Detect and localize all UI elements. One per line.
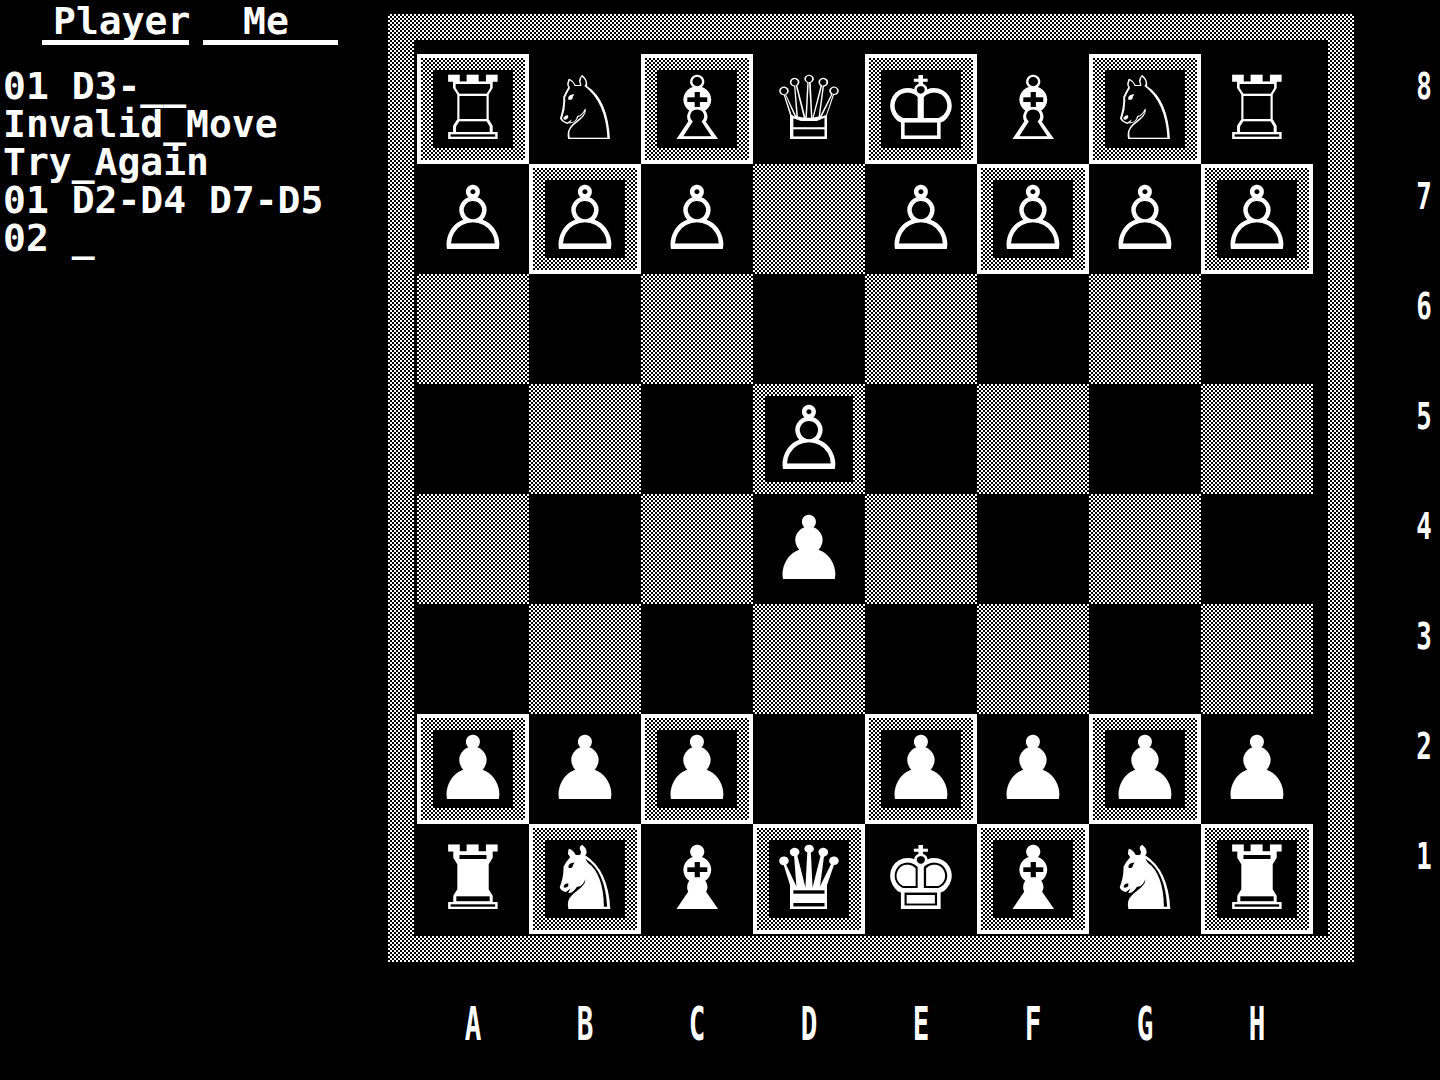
rank-label-8: 8 bbox=[1409, 68, 1439, 104]
square-f3 bbox=[977, 604, 1089, 714]
file-label-c: C bbox=[663, 1002, 730, 1046]
rank-label-6: 6 bbox=[1409, 288, 1439, 324]
move-list: 01 D3-__Invalid_MoveTry_Again01 D2-D4 D7… bbox=[3, 67, 323, 257]
square-h2: ♟ bbox=[1201, 714, 1313, 824]
square-a4 bbox=[417, 494, 529, 604]
square-g1: ♞ bbox=[1089, 824, 1201, 934]
square-a6 bbox=[417, 274, 529, 384]
square-h3 bbox=[1201, 604, 1313, 714]
file-label-a: A bbox=[439, 1002, 506, 1046]
square-g3 bbox=[1089, 604, 1201, 714]
command-input-line[interactable]: 02 _ bbox=[3, 219, 323, 257]
move-line: Invalid_Move bbox=[3, 105, 323, 143]
piece-white-pawn: ♟ bbox=[770, 505, 849, 593]
player-header-underline bbox=[42, 40, 189, 45]
square-g7: ♙ bbox=[1089, 164, 1201, 274]
square-c3 bbox=[641, 604, 753, 714]
square-e3 bbox=[865, 604, 977, 714]
file-label-g: G bbox=[1111, 1002, 1178, 1046]
move-line: 01 D2-D4 D7-D5 bbox=[3, 181, 323, 219]
square-a2: ♟ bbox=[417, 714, 529, 824]
square-h6 bbox=[1201, 274, 1313, 384]
square-f6 bbox=[977, 274, 1089, 384]
square-c6 bbox=[641, 274, 753, 384]
rank-label-7: 7 bbox=[1409, 178, 1439, 214]
player-column-header: Player bbox=[53, 2, 190, 40]
square-c5 bbox=[641, 384, 753, 494]
square-a1: ♜ bbox=[417, 824, 529, 934]
piece-white-pawn: ♟ bbox=[658, 725, 737, 813]
square-c2: ♟ bbox=[641, 714, 753, 824]
rank-label-2: 2 bbox=[1409, 728, 1439, 764]
piece-white-pawn: ♟ bbox=[546, 725, 625, 813]
file-label-e: E bbox=[887, 1002, 954, 1046]
square-g4 bbox=[1089, 494, 1201, 604]
square-g2: ♟ bbox=[1089, 714, 1201, 824]
square-b1: ♞ bbox=[529, 824, 641, 934]
square-a7: ♙ bbox=[417, 164, 529, 274]
piece-white-bishop: ♝ bbox=[994, 835, 1073, 923]
piece-black-bishop: ♗ bbox=[994, 65, 1073, 153]
square-f7: ♙ bbox=[977, 164, 1089, 274]
square-b5 bbox=[529, 384, 641, 494]
file-label-d: D bbox=[775, 1002, 842, 1046]
square-d6 bbox=[753, 274, 865, 384]
piece-black-pawn: ♙ bbox=[658, 175, 737, 263]
square-a3 bbox=[417, 604, 529, 714]
square-e7: ♙ bbox=[865, 164, 977, 274]
move-line: 01 D3-__ bbox=[3, 67, 323, 105]
piece-white-pawn: ♟ bbox=[1106, 725, 1185, 813]
square-c8: ♗ bbox=[641, 54, 753, 164]
square-c4 bbox=[641, 494, 753, 604]
square-d7 bbox=[753, 164, 865, 274]
square-e4 bbox=[865, 494, 977, 604]
piece-white-bishop: ♝ bbox=[658, 835, 737, 923]
square-e2: ♟ bbox=[865, 714, 977, 824]
square-g6 bbox=[1089, 274, 1201, 384]
square-h5 bbox=[1201, 384, 1313, 494]
piece-black-knight: ♘ bbox=[1106, 65, 1185, 153]
square-f2: ♟ bbox=[977, 714, 1089, 824]
square-g8: ♘ bbox=[1089, 54, 1201, 164]
piece-white-pawn: ♟ bbox=[1218, 725, 1297, 813]
piece-black-pawn: ♙ bbox=[1218, 175, 1297, 263]
rank-label-5: 5 bbox=[1409, 398, 1439, 434]
square-g5 bbox=[1089, 384, 1201, 494]
square-h8: ♖ bbox=[1201, 54, 1313, 164]
piece-black-bishop: ♗ bbox=[658, 65, 737, 153]
square-a8: ♖ bbox=[417, 54, 529, 164]
piece-white-knight: ♞ bbox=[1106, 835, 1185, 923]
piece-black-king: ♔ bbox=[882, 65, 961, 153]
piece-black-pawn: ♙ bbox=[1106, 175, 1185, 263]
piece-white-knight: ♞ bbox=[546, 835, 625, 923]
square-f4 bbox=[977, 494, 1089, 604]
screen: Player Me 01 D3-__Invalid_MoveTry_Again0… bbox=[0, 0, 1440, 1080]
square-d3 bbox=[753, 604, 865, 714]
square-h7: ♙ bbox=[1201, 164, 1313, 274]
square-a5 bbox=[417, 384, 529, 494]
piece-white-pawn: ♟ bbox=[434, 725, 513, 813]
square-e1: ♚ bbox=[865, 824, 977, 934]
piece-white-rook: ♜ bbox=[434, 835, 513, 923]
piece-white-king: ♚ bbox=[882, 835, 961, 923]
square-d4: ♟ bbox=[753, 494, 865, 604]
square-f1: ♝ bbox=[977, 824, 1089, 934]
square-e6 bbox=[865, 274, 977, 384]
square-b6 bbox=[529, 274, 641, 384]
piece-black-pawn: ♙ bbox=[994, 175, 1073, 263]
file-label-h: H bbox=[1223, 1002, 1290, 1046]
file-label-b: B bbox=[551, 1002, 618, 1046]
piece-black-rook: ♖ bbox=[1218, 65, 1297, 153]
square-b4 bbox=[529, 494, 641, 604]
piece-black-pawn: ♙ bbox=[770, 395, 849, 483]
piece-white-pawn: ♟ bbox=[882, 725, 961, 813]
piece-black-pawn: ♙ bbox=[546, 175, 625, 263]
square-h4 bbox=[1201, 494, 1313, 604]
rank-label-3: 3 bbox=[1409, 618, 1439, 654]
square-c1: ♝ bbox=[641, 824, 753, 934]
square-d2 bbox=[753, 714, 865, 824]
piece-black-knight: ♘ bbox=[546, 65, 625, 153]
square-h1: ♜ bbox=[1201, 824, 1313, 934]
square-e8: ♔ bbox=[865, 54, 977, 164]
rank-label-1: 1 bbox=[1409, 838, 1439, 874]
square-d8: ♕ bbox=[753, 54, 865, 164]
square-b2: ♟ bbox=[529, 714, 641, 824]
square-b7: ♙ bbox=[529, 164, 641, 274]
square-e5 bbox=[865, 384, 977, 494]
square-b3 bbox=[529, 604, 641, 714]
piece-white-rook: ♜ bbox=[1218, 835, 1297, 923]
square-d5: ♙ bbox=[753, 384, 865, 494]
square-f8: ♗ bbox=[977, 54, 1089, 164]
square-b8: ♘ bbox=[529, 54, 641, 164]
piece-black-pawn: ♙ bbox=[882, 175, 961, 263]
move-line: Try_Again bbox=[3, 143, 323, 181]
piece-black-pawn: ♙ bbox=[434, 175, 513, 263]
me-column-header: Me bbox=[243, 2, 289, 40]
square-d1: ♛ bbox=[753, 824, 865, 934]
piece-black-queen: ♕ bbox=[770, 65, 849, 153]
me-header-underline bbox=[203, 40, 338, 45]
piece-white-queen: ♛ bbox=[770, 835, 849, 923]
file-label-f: F bbox=[999, 1002, 1066, 1046]
chess-board: ♖♘♗♕♔♗♘♖♙♙♙♙♙♙♙♙♟♟♟♟♟♟♟♟♜♞♝♛♚♝♞♜ bbox=[417, 54, 1313, 934]
piece-black-rook: ♖ bbox=[434, 65, 513, 153]
rank-label-4: 4 bbox=[1409, 508, 1439, 544]
square-f5 bbox=[977, 384, 1089, 494]
square-c7: ♙ bbox=[641, 164, 753, 274]
piece-white-pawn: ♟ bbox=[994, 725, 1073, 813]
